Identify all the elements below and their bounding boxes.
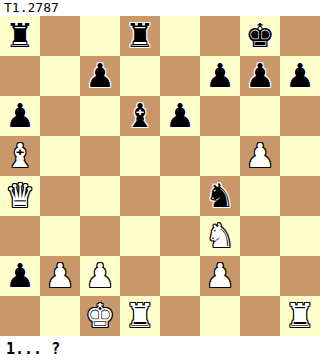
square-c1[interactable]: ♚ xyxy=(80,296,120,336)
square-f3[interactable]: ♞ xyxy=(200,216,240,256)
square-g6[interactable] xyxy=(240,96,280,136)
white-pawn-piece: ♟ xyxy=(205,256,235,296)
white-bishop-piece: ♝ xyxy=(5,136,35,176)
square-h3[interactable] xyxy=(280,216,320,256)
square-a4[interactable]: ♛ xyxy=(0,176,40,216)
square-c7[interactable]: ♟ xyxy=(80,56,120,96)
square-f5[interactable] xyxy=(200,136,240,176)
black-bishop-piece: ♝ xyxy=(125,96,155,136)
square-a6[interactable]: ♟ xyxy=(0,96,40,136)
black-pawn-piece: ♟ xyxy=(5,256,35,296)
white-rook-piece: ♜ xyxy=(125,296,155,336)
square-h8[interactable] xyxy=(280,16,320,56)
square-a5[interactable]: ♝ xyxy=(0,136,40,176)
black-pawn-piece: ♟ xyxy=(165,96,195,136)
square-b7[interactable] xyxy=(40,56,80,96)
square-e4[interactable] xyxy=(160,176,200,216)
square-d6[interactable]: ♝ xyxy=(120,96,160,136)
square-b3[interactable] xyxy=(40,216,80,256)
square-g1[interactable] xyxy=(240,296,280,336)
square-g5[interactable]: ♟ xyxy=(240,136,280,176)
square-d7[interactable] xyxy=(120,56,160,96)
black-pawn-piece: ♟ xyxy=(285,56,315,96)
square-e2[interactable] xyxy=(160,256,200,296)
white-queen-piece: ♛ xyxy=(5,176,35,216)
square-g2[interactable] xyxy=(240,256,280,296)
white-pawn-piece: ♟ xyxy=(245,136,275,176)
square-f7[interactable]: ♟ xyxy=(200,56,240,96)
square-f8[interactable] xyxy=(200,16,240,56)
white-rook-piece: ♜ xyxy=(285,296,315,336)
square-d8[interactable]: ♜ xyxy=(120,16,160,56)
square-g3[interactable] xyxy=(240,216,280,256)
black-rook-piece: ♜ xyxy=(5,16,35,56)
square-c3[interactable] xyxy=(80,216,120,256)
black-knight-piece: ♞ xyxy=(205,176,235,216)
square-d2[interactable] xyxy=(120,256,160,296)
square-a1[interactable] xyxy=(0,296,40,336)
square-f4[interactable]: ♞ xyxy=(200,176,240,216)
white-pawn-piece: ♟ xyxy=(45,256,75,296)
square-a2[interactable]: ♟ xyxy=(0,256,40,296)
chess-board: ♜♜♚♟♟♟♟♟♝♟♝♟♛♞♞♟♟♟♟♚♜♜ xyxy=(0,16,320,336)
square-b5[interactable] xyxy=(40,136,80,176)
black-pawn-piece: ♟ xyxy=(85,56,115,96)
square-e3[interactable] xyxy=(160,216,200,256)
square-c5[interactable] xyxy=(80,136,120,176)
white-king-piece: ♚ xyxy=(85,296,115,336)
square-e5[interactable] xyxy=(160,136,200,176)
square-b6[interactable] xyxy=(40,96,80,136)
square-e7[interactable] xyxy=(160,56,200,96)
black-rook-piece: ♜ xyxy=(125,16,155,56)
square-c4[interactable] xyxy=(80,176,120,216)
white-knight-piece: ♞ xyxy=(205,216,235,256)
square-f1[interactable] xyxy=(200,296,240,336)
square-e6[interactable]: ♟ xyxy=(160,96,200,136)
square-d5[interactable] xyxy=(120,136,160,176)
square-h1[interactable]: ♜ xyxy=(280,296,320,336)
move-prompt: 1... ? xyxy=(0,336,320,358)
square-d4[interactable] xyxy=(120,176,160,216)
black-pawn-piece: ♟ xyxy=(245,56,275,96)
square-c8[interactable] xyxy=(80,16,120,56)
square-g4[interactable] xyxy=(240,176,280,216)
square-h6[interactable] xyxy=(280,96,320,136)
square-e8[interactable] xyxy=(160,16,200,56)
black-king-piece: ♚ xyxy=(245,16,275,56)
black-pawn-piece: ♟ xyxy=(5,96,35,136)
square-b1[interactable] xyxy=(40,296,80,336)
square-a7[interactable] xyxy=(0,56,40,96)
square-a3[interactable] xyxy=(0,216,40,256)
square-d1[interactable]: ♜ xyxy=(120,296,160,336)
square-g8[interactable]: ♚ xyxy=(240,16,280,56)
square-h4[interactable] xyxy=(280,176,320,216)
square-e1[interactable] xyxy=(160,296,200,336)
square-b8[interactable] xyxy=(40,16,80,56)
square-g7[interactable]: ♟ xyxy=(240,56,280,96)
black-pawn-piece: ♟ xyxy=(205,56,235,96)
square-b2[interactable]: ♟ xyxy=(40,256,80,296)
square-h7[interactable]: ♟ xyxy=(280,56,320,96)
square-c2[interactable]: ♟ xyxy=(80,256,120,296)
puzzle-title: T1.2787 xyxy=(0,0,320,16)
white-pawn-piece: ♟ xyxy=(85,256,115,296)
square-h5[interactable] xyxy=(280,136,320,176)
square-b4[interactable] xyxy=(40,176,80,216)
square-a8[interactable]: ♜ xyxy=(0,16,40,56)
square-d3[interactable] xyxy=(120,216,160,256)
square-c6[interactable] xyxy=(80,96,120,136)
square-f6[interactable] xyxy=(200,96,240,136)
square-h2[interactable] xyxy=(280,256,320,296)
square-f2[interactable]: ♟ xyxy=(200,256,240,296)
